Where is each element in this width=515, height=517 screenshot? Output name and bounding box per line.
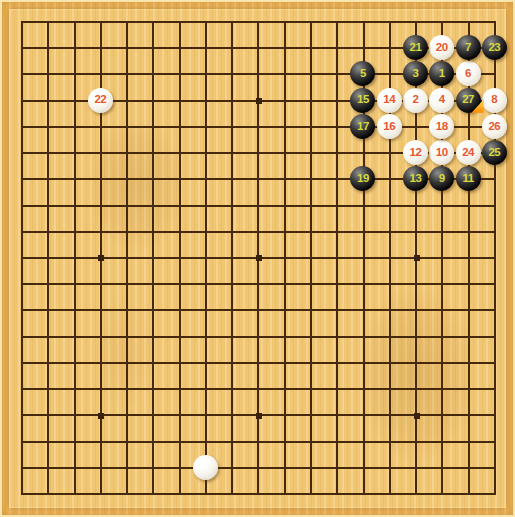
stone-number: 25: [488, 147, 500, 159]
stone-black-7[interactable]: 7: [456, 35, 481, 60]
stone-number: 14: [383, 94, 395, 106]
stone-number: 4: [439, 94, 445, 106]
stone-number: 16: [383, 121, 395, 133]
stone-white-10[interactable]: 10: [429, 140, 454, 165]
stone-black-13[interactable]: 13: [403, 166, 428, 191]
go-board-frame: 1234567891011121314151617181920212223242…: [0, 0, 515, 517]
stone-white-26[interactable]: 26: [482, 114, 507, 139]
stone-number: 19: [357, 173, 369, 185]
stone-black-27[interactable]: 27: [456, 88, 481, 113]
stone-black-19[interactable]: 19: [350, 166, 375, 191]
stone-number: 23: [488, 42, 500, 54]
stone-number: 15: [357, 94, 369, 106]
stones-layer: 1234567891011121314151617181920212223242…: [8, 8, 507, 506]
stone-white-20[interactable]: 20: [429, 35, 454, 60]
stone-white-setup[interactable]: [193, 455, 218, 480]
stone-number: 6: [465, 68, 471, 80]
stone-black-11[interactable]: 11: [456, 166, 481, 191]
stone-white-14[interactable]: 14: [377, 88, 402, 113]
stone-white-6[interactable]: 6: [456, 61, 481, 86]
stone-white-12[interactable]: 12: [403, 140, 428, 165]
stone-white-2[interactable]: 2: [403, 88, 428, 113]
stone-black-15[interactable]: 15: [350, 88, 375, 113]
stone-black-3[interactable]: 3: [403, 61, 428, 86]
stone-number: 1: [439, 68, 445, 80]
stone-black-21[interactable]: 21: [403, 35, 428, 60]
stone-black-5[interactable]: 5: [350, 61, 375, 86]
stone-number: 18: [436, 121, 448, 133]
stone-white-16[interactable]: 16: [377, 114, 402, 139]
stone-number: 22: [94, 94, 106, 106]
stone-number: 5: [360, 68, 366, 80]
stone-number: 12: [410, 147, 422, 159]
stone-number: 10: [436, 147, 448, 159]
stone-number: 20: [436, 42, 448, 54]
stone-number: 17: [357, 121, 369, 133]
stone-number: 7: [465, 42, 471, 54]
stone-black-17[interactable]: 17: [350, 114, 375, 139]
stone-number: 8: [491, 94, 497, 106]
stone-black-9[interactable]: 9: [429, 166, 454, 191]
stone-black-23[interactable]: 23: [482, 35, 507, 60]
stone-white-8[interactable]: 8: [482, 88, 507, 113]
stone-black-1[interactable]: 1: [429, 61, 454, 86]
stone-number: 9: [439, 173, 445, 185]
stone-number: 26: [488, 121, 500, 133]
stone-number: 13: [410, 173, 422, 185]
stone-number: 2: [413, 94, 419, 106]
stone-white-24[interactable]: 24: [456, 140, 481, 165]
stone-number: 27: [462, 94, 474, 106]
stone-number: 21: [410, 42, 422, 54]
stone-number: 3: [413, 68, 419, 80]
stone-number: 11: [462, 173, 473, 185]
stone-white-22[interactable]: 22: [88, 88, 113, 113]
stone-black-25[interactable]: 25: [482, 140, 507, 165]
stone-white-4[interactable]: 4: [429, 88, 454, 113]
stone-white-18[interactable]: 18: [429, 114, 454, 139]
stone-number: 24: [462, 147, 474, 159]
